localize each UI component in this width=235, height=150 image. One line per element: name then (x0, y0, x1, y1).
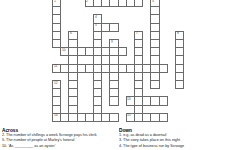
clue-number: 2 (86, 0, 88, 2)
clue-number: 3 (152, 0, 154, 2)
down-clue: 4. The type of business run by Scrooge (119, 143, 233, 148)
across-clues-section: Across 2. The number of shillings a week… (2, 127, 116, 150)
crossword-cell[interactable] (159, 96, 168, 105)
clue-number: 8 (177, 31, 179, 34)
crossword-cell[interactable] (175, 80, 184, 89)
clue-number: 7 (136, 31, 138, 34)
down-clues-section: Down 1. e.g. as dead as a doornail3. The… (119, 127, 233, 150)
clue-number: 14 (54, 113, 58, 116)
crossword-cell[interactable] (109, 96, 118, 105)
crossword-cell[interactable] (118, 47, 127, 56)
down-clue-list: 1. e.g. as dead as a doornail3. The stor… (119, 133, 233, 149)
clue-number: 5 (95, 23, 97, 26)
crossword-cell[interactable] (150, 80, 159, 89)
clue-number: 1 (54, 0, 56, 2)
clue-number: 10 (62, 48, 66, 51)
crossword-cell[interactable] (159, 64, 168, 73)
clue-number: 15 (127, 113, 131, 116)
clue-number: 9 (111, 40, 113, 43)
crossword-cell[interactable] (109, 113, 118, 122)
across-clue-list: 2. The number of shillings a week Scroog… (2, 133, 116, 149)
clue-number: 4 (95, 15, 97, 18)
clue-number: 11 (54, 64, 57, 67)
across-clue: 10. 'As _________ as an oyster' (2, 143, 116, 148)
crossword-grid: 123456789101112131415 (0, 0, 235, 128)
clue-number: 13 (127, 97, 131, 100)
crossword-cell[interactable] (134, 0, 143, 7)
clue-number: 12 (54, 81, 58, 84)
crossword-worksheet: 123456789101112131415 Across 2. The numb… (0, 0, 235, 150)
crossword-cell[interactable] (159, 113, 168, 122)
clue-number: 6 (70, 31, 72, 34)
crossword-cell[interactable] (109, 23, 118, 32)
